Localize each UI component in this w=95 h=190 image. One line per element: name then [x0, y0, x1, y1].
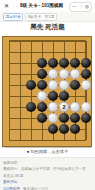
white-stone[interactable] [59, 69, 69, 79]
white-stone[interactable] [70, 102, 80, 112]
board-grid-line [9, 40, 87, 42]
black-stone[interactable] [37, 69, 47, 79]
breadcrumb-list-link[interactable]: 题目列表 [3, 13, 23, 21]
black-stone[interactable] [48, 91, 58, 101]
footer-credit: 101围棋网 · 每天进步一点点 [3, 186, 92, 190]
more-icon[interactable]: ⋯ [72, 3, 77, 10]
breadcrumb-current: 8级关卡 · 第1题 [25, 13, 57, 21]
white-stone[interactable] [37, 91, 47, 101]
board-grid-line [9, 140, 87, 141]
black-stone[interactable] [37, 102, 47, 112]
capsule-divider [81, 4, 82, 9]
go-board[interactable]: 2 [2, 36, 92, 147]
black-stone[interactable] [48, 58, 58, 68]
white-stone[interactable] [81, 80, 91, 90]
black-stone[interactable] [81, 69, 91, 79]
black-stone[interactable] [59, 58, 69, 68]
board-grid-line [20, 41, 21, 140]
black-stone[interactable] [70, 113, 80, 123]
black-stone[interactable] [70, 58, 80, 68]
white-stone[interactable] [48, 102, 58, 112]
black-stone[interactable] [70, 80, 80, 90]
black-stone[interactable] [59, 91, 69, 101]
move-number-label: 2 [62, 102, 65, 112]
black-stone[interactable] [26, 80, 36, 90]
white-stone[interactable]: 2 [59, 102, 69, 112]
white-stone[interactable] [48, 80, 58, 90]
board-grid-line [31, 41, 32, 140]
wechat-capsule: ⋯ ◎ [69, 2, 92, 12]
white-stone[interactable] [48, 113, 58, 123]
close-icon[interactable]: ✕ [4, 3, 9, 10]
white-stone[interactable] [70, 69, 80, 79]
black-stone[interactable] [81, 58, 91, 68]
black-stone[interactable] [26, 102, 36, 112]
black-stone[interactable] [59, 113, 69, 123]
footer-line: 黑棋先行，在棋盘上落子答题，答对自动进入下一关 [3, 166, 92, 172]
white-stone[interactable] [59, 80, 69, 90]
app-screen: ✕ 8级 关卡 - 101围棋网 ⋯ ◎ 题目列表 8级关卡 · 第1题 黑先 … [0, 0, 95, 190]
page-title: 8级 关卡 - 101围棋网 [14, 3, 69, 8]
black-stone[interactable] [37, 58, 47, 68]
exit-circle-icon[interactable]: ◎ [85, 3, 89, 10]
white-stone[interactable] [48, 69, 58, 79]
black-stone[interactable] [37, 80, 47, 90]
board-grid-line [9, 52, 87, 53]
black-stone[interactable] [81, 113, 91, 123]
black-stone[interactable] [70, 124, 80, 134]
site-link[interactable]: 101围棋网 [3, 187, 20, 190]
footer-credit-text: · 每天进步一点点 [20, 187, 48, 190]
hint-text: 轮到黑棋，点击落子 [29, 149, 68, 154]
breadcrumb: 题目列表 8级关卡 · 第1题 [0, 12, 95, 22]
white-stone[interactable] [81, 102, 91, 112]
black-stone[interactable] [48, 124, 58, 134]
board-grid-line [9, 41, 10, 140]
footer-panel: 做题说明 黑棋先行，在棋盘上落子答题，答对自动进入下一关 本关共 38 题 重新… [0, 157, 95, 190]
black-stone[interactable] [37, 113, 47, 123]
black-stone[interactable] [59, 124, 69, 134]
hint-line: ● 轮到黑棋，点击落子 [0, 149, 95, 154]
task-title: 黑先 死活题 [0, 23, 95, 32]
board-grid-line [85, 41, 87, 140]
